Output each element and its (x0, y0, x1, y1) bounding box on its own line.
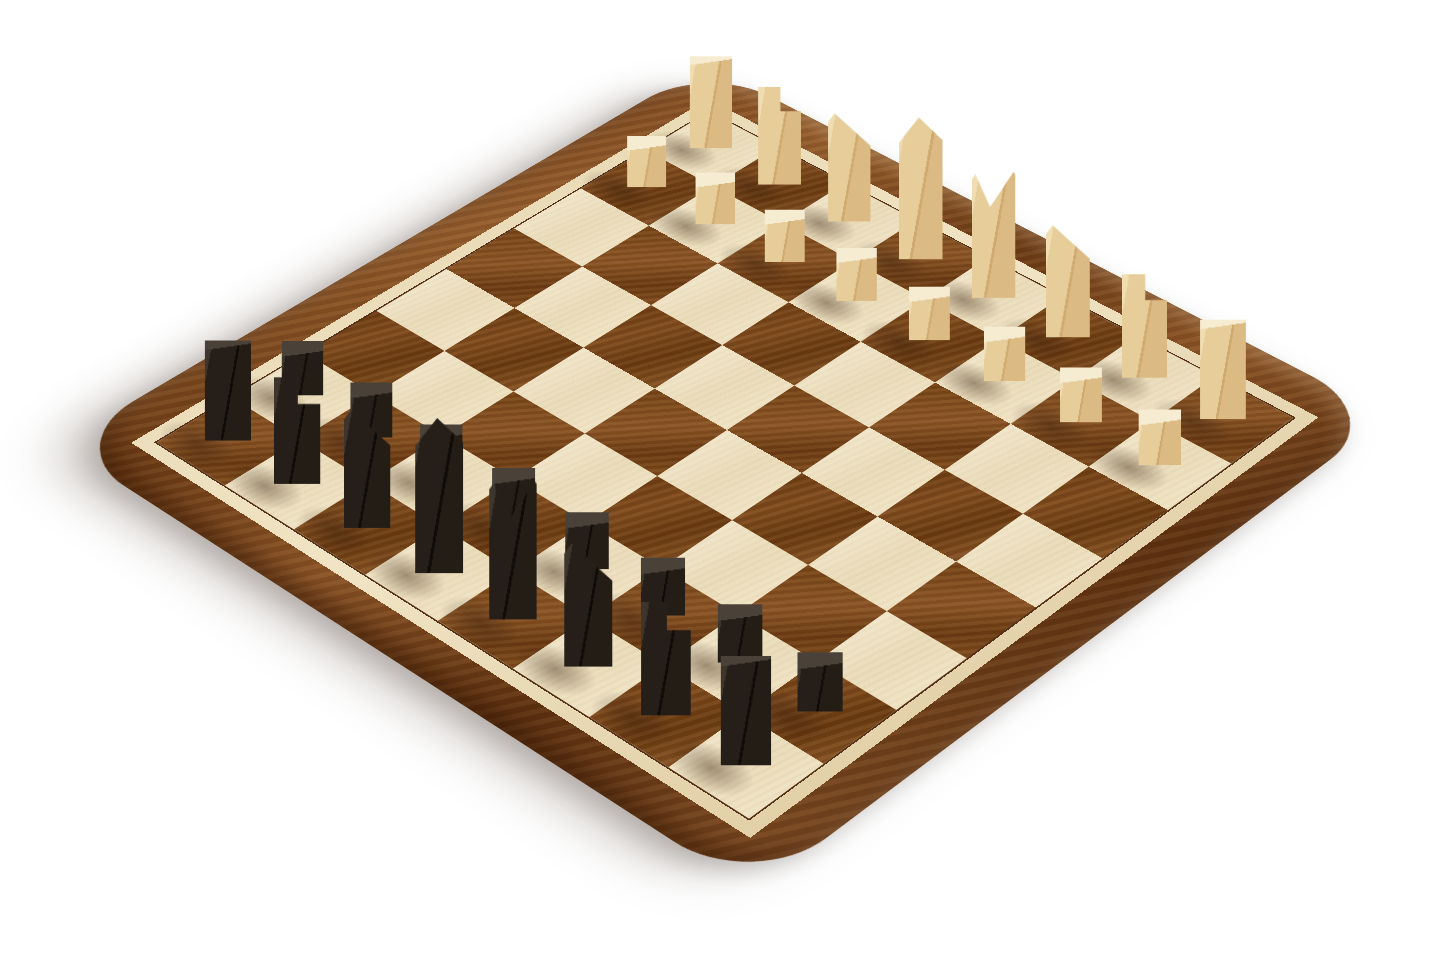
square-a8: ♜ (668, 714, 824, 819)
piece-white-pawn: ♙ (1139, 409, 1181, 465)
white-pawn-glyph: ♙ (696, 172, 736, 224)
piece-white-bishop: ♗ (1046, 225, 1090, 337)
white-pawn-glyph: ♙ (627, 136, 666, 187)
piece-white-king: ♔ (898, 117, 942, 259)
piece-black-rook: ♜ (721, 656, 771, 766)
piece-white-bishop: ♗ (828, 113, 870, 221)
white-rook-glyph: ♖ (690, 56, 732, 148)
piece-white-pawn: ♙ (836, 248, 876, 301)
chess-board: ♖♘♗♔♕♗♘♖♙♙♙♙♙♙♙♙♟♟♟♟♟♟♟♟♜♞♝♚♛♝♞♜ (60, 64, 1389, 893)
white-king-glyph: ♔ (898, 117, 942, 259)
white-pawn-glyph: ♙ (765, 210, 805, 262)
piece-white-rook: ♖ (1200, 320, 1246, 420)
piece-white-queen: ♕ (972, 172, 1015, 298)
white-pawn-glyph: ♙ (1060, 368, 1102, 423)
piece-white-pawn: ♙ (627, 136, 666, 187)
piece-black-pawn: ♟ (718, 604, 763, 663)
piece-white-knight: ♘ (758, 87, 801, 185)
board-inlay-border: ♖♘♗♔♕♗♘♖♙♙♙♙♙♙♙♙♟♟♟♟♟♟♟♟♜♞♝♚♛♝♞♜ (131, 99, 1318, 838)
piece-black-pawn: ♟ (797, 652, 842, 711)
black-rook-glyph: ♜ (205, 340, 251, 440)
white-bishop-glyph: ♗ (1046, 225, 1090, 337)
white-pawn-glyph: ♙ (836, 248, 876, 301)
board-squares: ♖♘♗♔♕♗♘♖♙♙♙♙♙♙♙♙♟♟♟♟♟♟♟♟♜♞♝♚♛♝♞♜ (154, 110, 1296, 820)
piece-black-king: ♚ (415, 418, 463, 573)
white-pawn-glyph: ♙ (1139, 409, 1181, 465)
white-rook-glyph: ♖ (1200, 320, 1246, 420)
piece-white-pawn: ♙ (765, 210, 805, 262)
piece-white-knight: ♘ (1122, 274, 1167, 377)
white-knight-glyph: ♘ (1122, 274, 1167, 377)
black-pawn-glyph: ♟ (718, 604, 763, 663)
black-rook-glyph: ♜ (721, 656, 771, 766)
piece-black-rook: ♜ (205, 340, 251, 440)
white-pawn-glyph: ♙ (984, 327, 1025, 381)
piece-white-pawn: ♙ (1060, 368, 1102, 423)
white-knight-glyph: ♘ (758, 87, 801, 185)
piece-white-pawn: ♙ (696, 172, 736, 224)
black-pawn-glyph: ♟ (797, 652, 842, 711)
piece-white-pawn: ♙ (909, 287, 950, 341)
piece-white-rook: ♖ (690, 56, 732, 148)
white-queen-glyph: ♕ (972, 172, 1015, 298)
white-pawn-glyph: ♙ (909, 287, 950, 341)
piece-white-pawn: ♙ (984, 327, 1025, 381)
black-king-glyph: ♚ (415, 418, 463, 573)
product-photo-scene: ♖♘♗♔♕♗♘♖♙♙♙♙♙♙♙♙♟♟♟♟♟♟♟♟♜♞♝♚♛♝♞♜ (0, 0, 1445, 963)
white-bishop-glyph: ♗ (828, 113, 870, 221)
